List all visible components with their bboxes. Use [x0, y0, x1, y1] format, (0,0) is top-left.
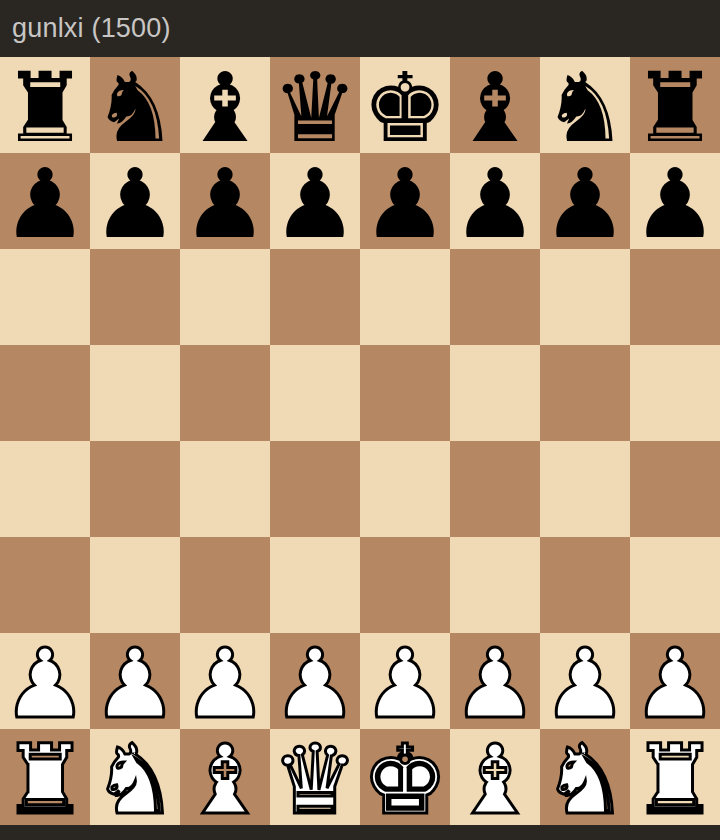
- piece-black-knight[interactable]: ♞: [542, 60, 628, 156]
- square-f8[interactable]: ♝: [450, 57, 540, 153]
- piece-black-bishop[interactable]: ♝: [182, 60, 268, 156]
- piece-black-knight[interactable]: ♞: [92, 60, 178, 156]
- square-c1[interactable]: ♝: [180, 729, 270, 825]
- square-h1[interactable]: ♜: [630, 729, 720, 825]
- square-f3[interactable]: [450, 537, 540, 633]
- square-b2[interactable]: ♟: [90, 633, 180, 729]
- piece-white-pawn[interactable]: ♟: [362, 636, 448, 732]
- piece-black-rook[interactable]: ♜: [2, 60, 88, 156]
- square-f2[interactable]: ♟: [450, 633, 540, 729]
- square-h5[interactable]: [630, 345, 720, 441]
- piece-white-pawn[interactable]: ♟: [92, 636, 178, 732]
- square-g6[interactable]: [540, 249, 630, 345]
- square-b3[interactable]: [90, 537, 180, 633]
- square-d4[interactable]: [270, 441, 360, 537]
- square-h3[interactable]: [630, 537, 720, 633]
- square-e5[interactable]: [360, 345, 450, 441]
- square-e2[interactable]: ♟: [360, 633, 450, 729]
- square-e8[interactable]: ♚: [360, 57, 450, 153]
- square-b1[interactable]: ♞: [90, 729, 180, 825]
- square-f7[interactable]: ♟: [450, 153, 540, 249]
- square-e4[interactable]: [360, 441, 450, 537]
- square-g1[interactable]: ♞: [540, 729, 630, 825]
- square-h7[interactable]: ♟: [630, 153, 720, 249]
- square-a6[interactable]: [0, 249, 90, 345]
- square-c4[interactable]: [180, 441, 270, 537]
- piece-white-king[interactable]: ♚: [362, 732, 448, 828]
- piece-white-knight[interactable]: ♞: [92, 732, 178, 828]
- square-a7[interactable]: ♟: [0, 153, 90, 249]
- square-c6[interactable]: [180, 249, 270, 345]
- piece-black-king[interactable]: ♚: [362, 60, 448, 156]
- square-e3[interactable]: [360, 537, 450, 633]
- chess-board[interactable]: ♜♞♝♛♚♝♞♜♟♟♟♟♟♟♟♟♟♟♟♟♟♟♟♟♜♞♝♛♚♝♞♜: [0, 57, 720, 825]
- piece-white-bishop[interactable]: ♝: [452, 732, 538, 828]
- square-g5[interactable]: [540, 345, 630, 441]
- piece-black-bishop[interactable]: ♝: [452, 60, 538, 156]
- piece-white-pawn[interactable]: ♟: [182, 636, 268, 732]
- square-e6[interactable]: [360, 249, 450, 345]
- square-f6[interactable]: [450, 249, 540, 345]
- square-d3[interactable]: [270, 537, 360, 633]
- square-a2[interactable]: ♟: [0, 633, 90, 729]
- piece-white-pawn[interactable]: ♟: [452, 636, 538, 732]
- piece-white-bishop[interactable]: ♝: [182, 732, 268, 828]
- piece-black-rook[interactable]: ♜: [632, 60, 718, 156]
- piece-white-pawn[interactable]: ♟: [632, 636, 718, 732]
- square-c5[interactable]: [180, 345, 270, 441]
- square-f1[interactable]: ♝: [450, 729, 540, 825]
- square-a8[interactable]: ♜: [0, 57, 90, 153]
- square-b7[interactable]: ♟: [90, 153, 180, 249]
- square-b6[interactable]: [90, 249, 180, 345]
- chess-app: gunlxi (1500) ♜♞♝♛♚♝♞♜♟♟♟♟♟♟♟♟♟♟♟♟♟♟♟♟♜♞…: [0, 0, 720, 840]
- piece-white-rook[interactable]: ♜: [2, 732, 88, 828]
- square-e7[interactable]: ♟: [360, 153, 450, 249]
- player-bar-top: gunlxi (1500): [0, 0, 720, 57]
- piece-black-pawn[interactable]: ♟: [182, 156, 268, 252]
- square-g7[interactable]: ♟: [540, 153, 630, 249]
- square-a5[interactable]: [0, 345, 90, 441]
- square-b8[interactable]: ♞: [90, 57, 180, 153]
- square-c2[interactable]: ♟: [180, 633, 270, 729]
- piece-black-pawn[interactable]: ♟: [632, 156, 718, 252]
- piece-white-knight[interactable]: ♞: [542, 732, 628, 828]
- piece-white-queen[interactable]: ♛: [272, 732, 358, 828]
- square-c3[interactable]: [180, 537, 270, 633]
- square-h6[interactable]: [630, 249, 720, 345]
- square-h4[interactable]: [630, 441, 720, 537]
- square-c7[interactable]: ♟: [180, 153, 270, 249]
- square-d6[interactable]: [270, 249, 360, 345]
- square-d5[interactable]: [270, 345, 360, 441]
- square-g4[interactable]: [540, 441, 630, 537]
- square-b5[interactable]: [90, 345, 180, 441]
- square-e1[interactable]: ♚: [360, 729, 450, 825]
- square-b4[interactable]: [90, 441, 180, 537]
- square-h8[interactable]: ♜: [630, 57, 720, 153]
- square-d8[interactable]: ♛: [270, 57, 360, 153]
- piece-black-pawn[interactable]: ♟: [542, 156, 628, 252]
- square-d1[interactable]: ♛: [270, 729, 360, 825]
- square-f4[interactable]: [450, 441, 540, 537]
- square-g3[interactable]: [540, 537, 630, 633]
- piece-black-pawn[interactable]: ♟: [362, 156, 448, 252]
- player-name-top: gunlxi (1500): [12, 13, 171, 44]
- piece-black-pawn[interactable]: ♟: [92, 156, 178, 252]
- piece-black-pawn[interactable]: ♟: [452, 156, 538, 252]
- square-c8[interactable]: ♝: [180, 57, 270, 153]
- square-d2[interactable]: ♟: [270, 633, 360, 729]
- square-d7[interactable]: ♟: [270, 153, 360, 249]
- piece-white-pawn[interactable]: ♟: [542, 636, 628, 732]
- square-f5[interactable]: [450, 345, 540, 441]
- piece-black-queen[interactable]: ♛: [272, 60, 358, 156]
- square-g8[interactable]: ♞: [540, 57, 630, 153]
- square-h2[interactable]: ♟: [630, 633, 720, 729]
- square-a1[interactable]: ♜: [0, 729, 90, 825]
- square-g2[interactable]: ♟: [540, 633, 630, 729]
- piece-white-pawn[interactable]: ♟: [2, 636, 88, 732]
- square-a3[interactable]: [0, 537, 90, 633]
- piece-white-pawn[interactable]: ♟: [272, 636, 358, 732]
- piece-white-rook[interactable]: ♜: [632, 732, 718, 828]
- piece-black-pawn[interactable]: ♟: [2, 156, 88, 252]
- piece-black-pawn[interactable]: ♟: [272, 156, 358, 252]
- square-a4[interactable]: [0, 441, 90, 537]
